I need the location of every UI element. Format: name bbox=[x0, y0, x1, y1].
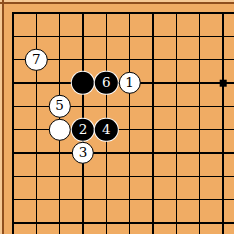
stone-move-number: 4 bbox=[102, 122, 111, 136]
stone-white-D13: 3 bbox=[72, 142, 94, 164]
board-edge-top bbox=[0, 2, 234, 5]
board-edge-left bbox=[2, 0, 5, 234]
stone-white-C14 bbox=[48, 118, 70, 140]
grid-line-vertical bbox=[222, 12, 224, 234]
stone-black-E14: 4 bbox=[95, 118, 117, 140]
stone-move-number: 1 bbox=[125, 76, 134, 90]
stone-black-D14: 2 bbox=[72, 118, 94, 140]
grid-line-horizontal bbox=[12, 176, 234, 178]
grid-line-horizontal bbox=[12, 106, 234, 108]
grid-line-vertical bbox=[176, 12, 178, 234]
stone-white-F16: 1 bbox=[118, 72, 140, 94]
grid-line-horizontal bbox=[12, 36, 234, 38]
grid-line-horizontal bbox=[12, 12, 234, 14]
grid-line-horizontal bbox=[12, 129, 234, 131]
stone-black-E16: 6 bbox=[95, 72, 117, 94]
stone-black-D16 bbox=[72, 72, 94, 94]
grid-line-vertical bbox=[36, 12, 38, 234]
stone-move-number: 5 bbox=[55, 99, 64, 113]
stone-move-number: 3 bbox=[79, 146, 88, 160]
stone-white-B17: 7 bbox=[25, 48, 47, 70]
stone-white-C15: 5 bbox=[48, 95, 70, 117]
grid-line-vertical bbox=[199, 12, 201, 234]
grid-line-vertical bbox=[129, 12, 131, 234]
stone-move-number: 7 bbox=[32, 52, 41, 66]
go-board-diagram: 6175243 bbox=[0, 0, 234, 234]
grid-line-horizontal bbox=[12, 152, 234, 154]
grid-line-vertical bbox=[12, 12, 14, 234]
stone-move-number: 6 bbox=[102, 76, 111, 90]
stone-move-number: 2 bbox=[79, 122, 88, 136]
star-point-marker-K16 bbox=[220, 80, 227, 87]
grid-line-vertical bbox=[152, 12, 154, 234]
grid-line-horizontal bbox=[12, 222, 234, 224]
grid-line-horizontal bbox=[12, 199, 234, 201]
